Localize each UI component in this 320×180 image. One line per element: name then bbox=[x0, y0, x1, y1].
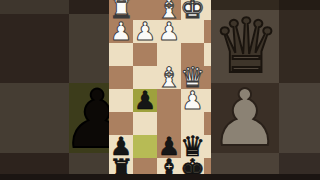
square-g3 bbox=[133, 43, 157, 66]
backdrop-square bbox=[69, 14, 109, 83]
square-e4 bbox=[181, 66, 204, 89]
backdrop-square bbox=[69, 0, 109, 14]
chess-board: ♜♝♚♟♟♟♝♛♟♟♟♟♛♜♝♚ bbox=[109, 0, 211, 174]
square-f3 bbox=[157, 43, 181, 66]
square-h5 bbox=[109, 89, 133, 112]
square-d7 bbox=[204, 135, 211, 158]
square-f2 bbox=[157, 20, 181, 43]
square-h4 bbox=[109, 66, 133, 89]
square-e3 bbox=[181, 43, 204, 66]
square-e5 bbox=[181, 89, 204, 112]
blurred-backdrop-right: ♛♟ bbox=[211, 0, 320, 180]
backdrop-square bbox=[279, 83, 320, 153]
square-f4 bbox=[157, 66, 181, 89]
square-e7 bbox=[181, 135, 204, 158]
square-g6 bbox=[133, 112, 157, 135]
backdrop-square bbox=[0, 14, 69, 83]
square-d3 bbox=[204, 43, 211, 66]
square-d5 bbox=[204, 89, 211, 112]
square-h1 bbox=[109, 0, 133, 20]
square-e6 bbox=[181, 112, 204, 135]
square-f7 bbox=[157, 135, 181, 158]
square-e1 bbox=[181, 0, 204, 20]
backdrop-square bbox=[211, 10, 279, 83]
bottom-letterbox bbox=[0, 174, 320, 180]
backdrop-square bbox=[0, 83, 69, 153]
square-e8 bbox=[181, 158, 204, 174]
square-d6 bbox=[204, 112, 211, 135]
square-g5 bbox=[133, 89, 157, 112]
blurred-backdrop-left: ♟ bbox=[0, 0, 109, 180]
square-d8 bbox=[204, 158, 211, 174]
backdrop-square bbox=[0, 0, 69, 14]
backdrop-square bbox=[211, 0, 279, 10]
square-f1 bbox=[157, 0, 181, 20]
square-h3 bbox=[109, 43, 133, 66]
square-f6 bbox=[157, 112, 181, 135]
square-g4 bbox=[133, 66, 157, 89]
square-f5 bbox=[157, 89, 181, 112]
square-h8 bbox=[109, 158, 133, 174]
square-g1 bbox=[133, 0, 157, 20]
backdrop-square bbox=[69, 83, 109, 153]
backdrop-square bbox=[211, 83, 279, 153]
square-e2 bbox=[181, 20, 204, 43]
video-frame: ♟ ♜♝♚♟♟♟♝♛♟♟♟♟♛♜♝♚ ♛♟ bbox=[0, 0, 320, 180]
square-h6 bbox=[109, 112, 133, 135]
square-h7 bbox=[109, 135, 133, 158]
square-h2 bbox=[109, 20, 133, 43]
square-d2 bbox=[204, 20, 211, 43]
backdrop-square bbox=[279, 10, 320, 83]
square-d1 bbox=[204, 0, 211, 20]
square-d4 bbox=[204, 66, 211, 89]
square-g7 bbox=[133, 135, 157, 158]
backdrop-square bbox=[279, 0, 320, 10]
square-g2 bbox=[133, 20, 157, 43]
square-g8 bbox=[133, 158, 157, 174]
square-f8 bbox=[157, 158, 181, 174]
